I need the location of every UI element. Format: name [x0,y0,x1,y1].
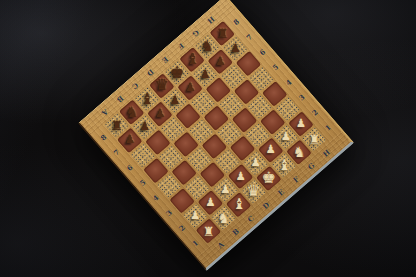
piece-black-queen: ♛ [155,78,169,94]
file-label-top-f-text: F [176,42,184,51]
piece-white-pawn: ♟ [205,197,215,209]
piece-white-pawn: ♟ [235,171,245,182]
rank-label-left-2-text: 2 [178,223,186,231]
rank-label-left-1-text: 1 [191,239,199,247]
rank-label-right-8-text: 8 [232,17,240,25]
piece-white-pawn: ♟ [251,158,261,170]
piece-white-bishop: ♝ [277,158,290,173]
file-label-top-d-text: D [145,68,154,77]
piece-white-pawn: ♟ [220,184,230,196]
file-label-top-a-text: A [100,107,109,116]
piece-black-rook: ♜ [216,27,228,40]
file-label-bottom-f-text: F [292,175,300,184]
file-label-top-h-text: H [206,15,216,25]
file-label-bottom-a-text: A [216,240,225,249]
rank-label-left-8-text: 8 [99,133,107,141]
black-fabric-backdrop: ABCDEFGH8♜♞♝♛♚♝♞♜87♟♟♟♟♟♟♟♟7665544332♟♟♟… [0,0,416,277]
piece-white-pawn: ♟ [266,145,276,157]
rank-label-right-3-text: 3 [297,93,305,101]
piece-white-pawn: ♟ [296,118,306,130]
piece-white-pawn: ♟ [190,210,200,221]
rank-label-right-1-text: 1 [324,123,332,131]
piece-white-knight: ♞ [217,211,230,225]
piece-black-pawn: ♟ [230,43,240,55]
rank-label-right-4-text: 4 [284,78,292,86]
piece-white-king: ♚ [262,171,276,187]
piece-black-king: ♚ [170,65,184,81]
piece-white-rook: ♜ [308,133,320,146]
piece-black-pawn: ♟ [170,95,180,107]
rank-label-left-4-text: 4 [151,193,159,201]
file-label-bottom-b-text: B [231,227,240,236]
file-label-top-c-text: C [131,81,140,90]
piece-black-pawn: ♟ [185,82,195,94]
piece-black-bishop: ♝ [186,52,199,67]
piece-black-knight: ♞ [201,40,214,54]
piece-black-pawn: ♟ [140,122,150,134]
piece-black-pawn: ♟ [215,56,225,68]
piece-black-pawn: ♟ [125,135,135,147]
file-label-bottom-h-text: H [321,148,331,158]
piece-white-rook: ♜ [203,224,215,237]
file-label-bottom-g-text: G [306,161,315,170]
piece-white-pawn: ♟ [281,131,291,143]
piece-black-bishop: ♝ [140,92,153,107]
piece-black-rook: ♜ [111,119,123,132]
piece-black-pawn: ♟ [155,108,165,120]
rank-label-left-7-text: 7 [112,148,120,156]
file-label-top-b-text: B [115,94,124,103]
piece-black-knight: ♞ [125,105,138,119]
rank-label-left-3-text: 3 [164,208,172,216]
rank-label-left-5-text: 5 [138,178,146,186]
file-label-bottom-c-text: C [246,214,255,223]
piece-white-queen: ♛ [247,184,261,200]
rank-label-right-2-text: 2 [310,108,318,116]
rank-label-right-5-text: 5 [271,63,279,71]
piece-white-knight: ♞ [293,145,306,159]
file-label-bottom-e-text: E [276,188,285,197]
rank-label-right-7-text: 7 [245,33,253,41]
piece-white-bishop: ♝ [232,198,245,213]
file-label-top-e-text: E [161,55,170,64]
file-label-top-g-text: G [191,28,200,37]
chess-board: ABCDEFGH8♜♞♝♛♚♝♞♜87♟♟♟♟♟♟♟♟7665544332♟♟♟… [78,0,355,271]
rank-label-right-6-text: 6 [258,48,266,56]
piece-black-pawn: ♟ [200,69,210,81]
rank-label-left-6-text: 6 [125,163,133,171]
file-label-bottom-d-text: D [261,201,270,210]
